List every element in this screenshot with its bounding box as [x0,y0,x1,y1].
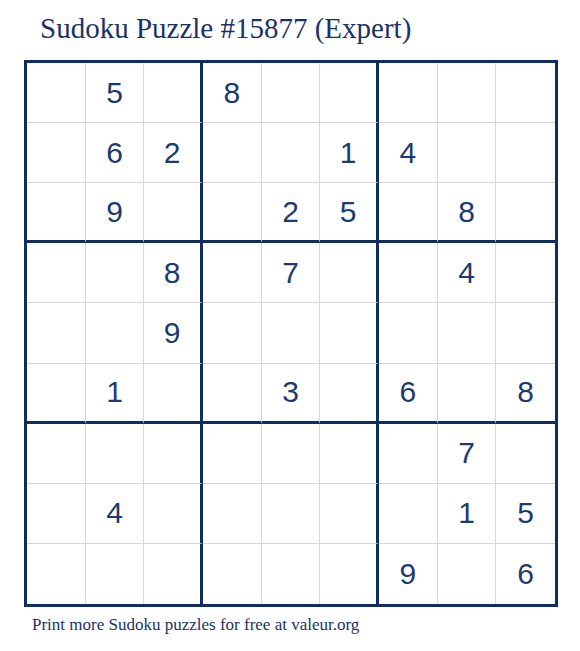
sudoku-grid: 586214925887491368741596 [24,60,558,607]
cell-r7c3 [144,424,203,484]
cell-r4c5: 7 [262,243,321,303]
cell-r9c4 [203,544,262,604]
cell-r3c2: 9 [86,183,145,243]
cell-r4c8: 4 [438,243,497,303]
cell-r7c6 [320,424,379,484]
cell-r1c7 [379,63,438,123]
footer-text: Print more Sudoku puzzles for free at va… [32,615,359,635]
cell-r7c9 [496,424,555,484]
cell-r5c5 [262,303,321,363]
cell-r1c2: 5 [86,63,145,123]
cell-r2c7: 4 [379,123,438,183]
cell-r3c8: 8 [438,183,497,243]
cell-r3c9 [496,183,555,243]
cell-r9c9: 6 [496,544,555,604]
cell-r1c6 [320,63,379,123]
cell-r4c2 [86,243,145,303]
cell-r4c7 [379,243,438,303]
cell-r2c9 [496,123,555,183]
cell-r6c6 [320,364,379,424]
cell-r9c5 [262,544,321,604]
cell-r7c7 [379,424,438,484]
cell-r6c8 [438,364,497,424]
cell-r8c1 [27,484,86,544]
cell-r1c9 [496,63,555,123]
cell-r5c2 [86,303,145,363]
cell-r9c6 [320,544,379,604]
cell-r1c8 [438,63,497,123]
cell-r3c4 [203,183,262,243]
cell-r2c1 [27,123,86,183]
cell-r2c8 [438,123,497,183]
cell-r5c8 [438,303,497,363]
cell-r6c4 [203,364,262,424]
cell-r9c8 [438,544,497,604]
cell-r5c7 [379,303,438,363]
cell-r3c6: 5 [320,183,379,243]
cell-r9c2 [86,544,145,604]
cell-r8c4 [203,484,262,544]
cell-r5c6 [320,303,379,363]
cell-r7c2 [86,424,145,484]
page-title: Sudoku Puzzle #15877 (Expert) [40,12,411,45]
cell-r8c5 [262,484,321,544]
cell-r8c9: 5 [496,484,555,544]
cell-r3c7 [379,183,438,243]
cell-r2c5 [262,123,321,183]
cell-r8c6 [320,484,379,544]
cell-r2c6: 1 [320,123,379,183]
cell-r1c3 [144,63,203,123]
cell-r1c5 [262,63,321,123]
cell-r5c1 [27,303,86,363]
cell-r8c3 [144,484,203,544]
cell-r6c2: 1 [86,364,145,424]
cell-r2c4 [203,123,262,183]
cell-r8c2: 4 [86,484,145,544]
cell-r1c4: 8 [203,63,262,123]
cell-r7c5 [262,424,321,484]
cell-r6c3 [144,364,203,424]
cell-r7c8: 7 [438,424,497,484]
cell-r3c5: 2 [262,183,321,243]
cell-r4c1 [27,243,86,303]
cell-r7c1 [27,424,86,484]
cell-r9c3 [144,544,203,604]
cell-r7c4 [203,424,262,484]
cell-r4c3: 8 [144,243,203,303]
cell-r6c7: 6 [379,364,438,424]
cell-r4c9 [496,243,555,303]
cell-r9c7: 9 [379,544,438,604]
cell-r6c5: 3 [262,364,321,424]
cell-r2c2: 6 [86,123,145,183]
cell-r1c1 [27,63,86,123]
cell-r5c9 [496,303,555,363]
cell-r4c4 [203,243,262,303]
cell-r8c8: 1 [438,484,497,544]
cell-r5c4 [203,303,262,363]
cell-r4c6 [320,243,379,303]
cell-r5c3: 9 [144,303,203,363]
cell-r9c1 [27,544,86,604]
cell-r3c1 [27,183,86,243]
cell-r6c1 [27,364,86,424]
cell-r3c3 [144,183,203,243]
cell-r6c9: 8 [496,364,555,424]
cell-r8c7 [379,484,438,544]
cell-r2c3: 2 [144,123,203,183]
